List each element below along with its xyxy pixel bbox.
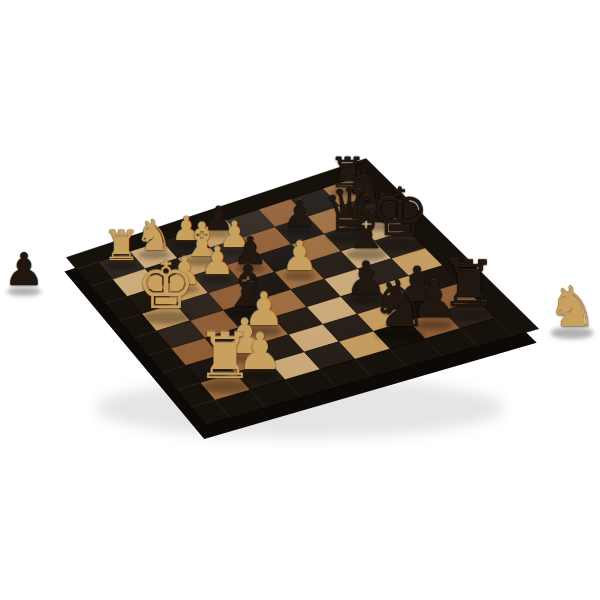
piece-black-pawn[interactable]: ♟: [282, 196, 318, 232]
piece-white-pawn[interactable]: ♟: [279, 236, 320, 277]
piece-black-pawn[interactable]: ♟: [2, 247, 47, 292]
chess-board: [0, 0, 600, 600]
product-photo: ♜♞♟♟♜♝♟♟♞♟♟♟♛♟♚♟♝♚♝♟♟♟♟♜♟♞♟♜♟♞: [0, 0, 600, 600]
piece-white-knight[interactable]: ♞: [544, 279, 600, 335]
piece-black-knight[interactable]: ♞: [367, 272, 432, 337]
piece-white-rook[interactable]: ♜: [193, 325, 256, 388]
piece-black-bishop[interactable]: ♝: [339, 203, 393, 257]
piece-white-king[interactable]: ♚: [133, 253, 199, 319]
